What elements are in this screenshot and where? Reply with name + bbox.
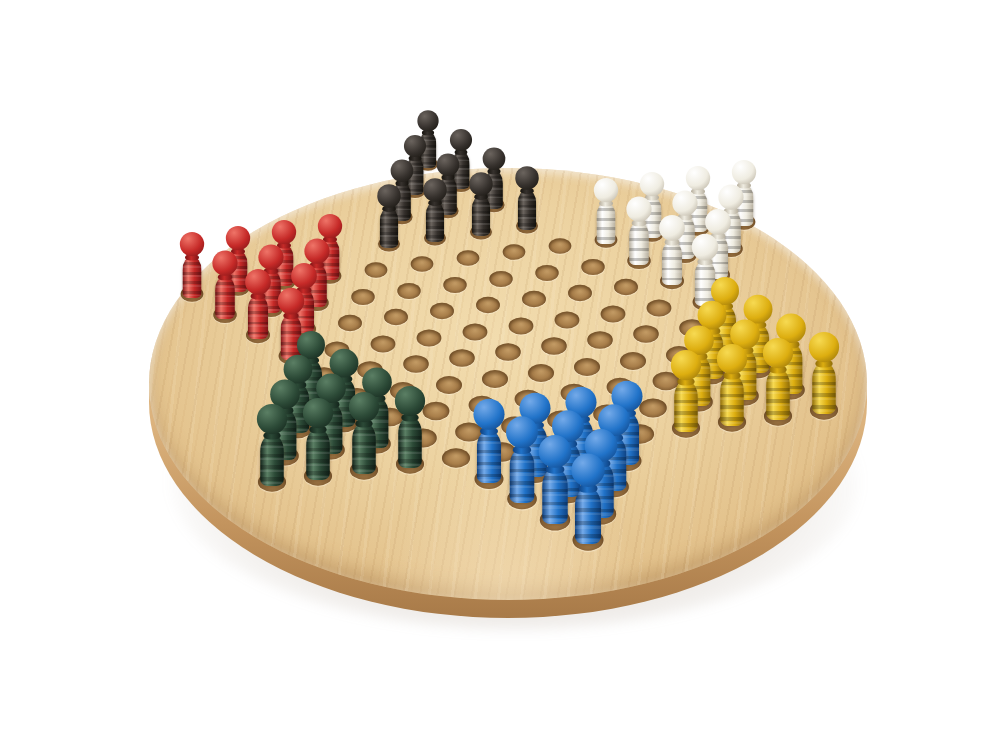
peg-body [182, 256, 201, 298]
board-hole[interactable] [495, 343, 520, 361]
peg-head [291, 263, 317, 289]
peg-body [380, 207, 398, 247]
board-hole[interactable] [503, 244, 526, 260]
peg-head [671, 350, 701, 380]
peg-head [686, 166, 710, 190]
board-hole[interactable] [365, 262, 388, 278]
peg-yellow[interactable] [716, 344, 748, 426]
peg-red[interactable] [179, 232, 205, 298]
peg-body [674, 380, 698, 432]
board-hole[interactable] [476, 297, 500, 314]
board-hole[interactable] [411, 256, 434, 272]
board-hole[interactable] [549, 238, 572, 254]
peg-black[interactable] [376, 184, 401, 248]
peg-head [659, 215, 685, 241]
peg-head [395, 386, 425, 416]
peg-blue[interactable] [570, 454, 606, 544]
peg-head [417, 110, 438, 131]
peg-blue[interactable] [472, 398, 505, 482]
board-hole[interactable] [528, 364, 554, 382]
peg-head [626, 196, 651, 221]
board-hole[interactable] [509, 317, 534, 334]
board-hole[interactable] [489, 270, 512, 286]
peg-head [809, 332, 839, 362]
peg-head [258, 244, 283, 269]
peg-green[interactable] [348, 392, 380, 474]
peg-red[interactable] [212, 250, 239, 318]
peg-body [260, 434, 284, 486]
board-hole[interactable] [397, 282, 420, 298]
peg-black[interactable] [468, 172, 493, 236]
peg-head [391, 159, 414, 182]
board-holes-and-pegs-layer [0, 0, 1000, 738]
peg-body [472, 195, 490, 235]
board-hole[interactable] [647, 299, 672, 316]
peg-body [766, 368, 790, 420]
board-hole[interactable] [587, 331, 612, 349]
peg-head [483, 147, 506, 170]
peg-red[interactable] [244, 269, 272, 339]
peg-body [352, 422, 376, 474]
peg-white[interactable] [658, 215, 686, 285]
board-hole[interactable] [581, 258, 604, 274]
board-hole[interactable] [601, 305, 626, 322]
peg-head [226, 226, 250, 250]
peg-white[interactable] [626, 196, 653, 264]
board-hole[interactable] [403, 355, 428, 373]
board-hole[interactable] [442, 448, 470, 467]
peg-head [272, 220, 296, 244]
peg-head [437, 153, 460, 176]
peg-body [509, 448, 534, 503]
peg-body [248, 295, 268, 339]
peg-head [450, 128, 472, 150]
peg-head [515, 166, 539, 190]
peg-head [692, 233, 719, 260]
peg-head [640, 172, 664, 196]
board-hole[interactable] [555, 311, 580, 328]
peg-head [718, 184, 743, 209]
peg-blue[interactable] [537, 435, 572, 524]
peg-yellow[interactable] [808, 332, 840, 414]
peg-white[interactable] [593, 178, 619, 244]
board-hole[interactable] [541, 337, 566, 355]
peg-head [594, 178, 618, 202]
board-hole[interactable] [535, 264, 558, 280]
peg-head [539, 435, 572, 468]
peg-body [426, 201, 444, 241]
board-hole[interactable] [522, 291, 546, 308]
peg-head [469, 172, 493, 196]
peg-body [542, 467, 568, 523]
board-hole[interactable] [443, 276, 466, 292]
board-hole[interactable] [620, 352, 646, 370]
peg-head [303, 398, 333, 428]
peg-body [720, 374, 744, 426]
peg-head [763, 338, 793, 368]
peg-black[interactable] [514, 166, 539, 230]
peg-head [473, 398, 504, 429]
peg-head [278, 287, 305, 314]
board-hole[interactable] [574, 358, 600, 376]
board-hole[interactable] [463, 323, 488, 340]
board-hole[interactable] [430, 303, 454, 320]
peg-head [245, 269, 271, 295]
peg-green[interactable] [302, 398, 334, 480]
board-hole[interactable] [351, 288, 374, 304]
peg-body [662, 241, 682, 285]
peg-black[interactable] [422, 178, 447, 242]
peg-head [257, 404, 287, 434]
peg-body [398, 416, 422, 468]
board-hole[interactable] [338, 315, 362, 332]
board-hole[interactable] [568, 285, 592, 302]
peg-head [672, 190, 697, 215]
board-hole[interactable] [384, 309, 408, 326]
peg-head [404, 134, 426, 156]
board-hole[interactable] [417, 329, 442, 346]
board-hole[interactable] [633, 325, 658, 343]
peg-body [575, 487, 601, 544]
peg-head [571, 454, 604, 487]
peg-body [477, 429, 501, 482]
board-hole[interactable] [614, 279, 638, 296]
peg-head [705, 209, 731, 235]
peg-head [377, 184, 401, 208]
peg-body [812, 362, 836, 414]
peg-head [304, 238, 329, 263]
peg-yellow[interactable] [762, 338, 794, 420]
peg-body [518, 189, 536, 229]
peg-head [349, 392, 379, 422]
peg-head [423, 178, 447, 202]
peg-body [629, 221, 649, 264]
peg-body [215, 275, 235, 318]
peg-head [732, 160, 756, 184]
peg-green[interactable] [394, 386, 426, 468]
peg-body [596, 202, 615, 244]
peg-head [506, 416, 538, 448]
product-photo-scene [0, 0, 1000, 738]
peg-body [306, 428, 330, 480]
peg-yellow[interactable] [670, 350, 702, 432]
board-hole[interactable] [457, 250, 480, 266]
peg-head [212, 250, 237, 275]
peg-blue[interactable] [505, 416, 539, 503]
board-hole[interactable] [449, 349, 474, 367]
peg-head [318, 214, 342, 238]
peg-head [180, 232, 204, 256]
board-hole[interactable] [436, 376, 462, 394]
peg-head [717, 344, 747, 374]
board-hole[interactable] [423, 402, 450, 421]
board-hole[interactable] [371, 335, 396, 352]
board-hole[interactable] [482, 370, 508, 388]
peg-green[interactable] [256, 404, 288, 486]
